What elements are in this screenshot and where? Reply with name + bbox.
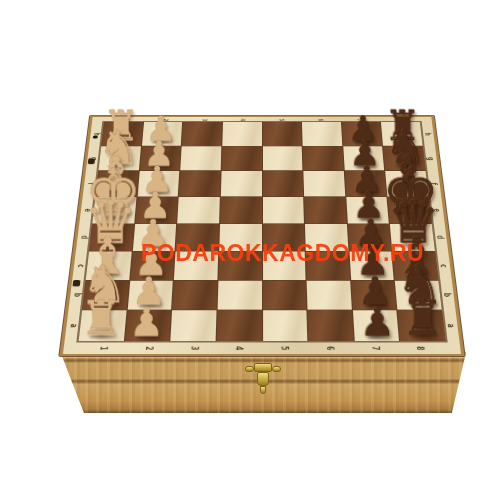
watermark-text: PODAROKKAGDOMY.RU bbox=[141, 240, 424, 267]
board-frame: ♜♟♟♜♞♟♟♞♝♟♟♝♚♟♟♚♛♟♟♛♝♟♟♝♞♟♟♞♜♟♟♜ 1234567… bbox=[59, 115, 464, 356]
square-a2[interactable]: ♟ bbox=[125, 311, 172, 342]
coord-number-4: 4 bbox=[239, 108, 247, 131]
square-g4[interactable] bbox=[221, 146, 261, 170]
square-b3[interactable] bbox=[172, 281, 217, 310]
square-a1[interactable]: ♜ bbox=[79, 311, 127, 342]
square-g6[interactable] bbox=[303, 146, 344, 170]
coord-number-3: 3 bbox=[189, 332, 200, 364]
board-grid: ♜♟♟♜♞♟♟♞♝♟♟♝♚♟♟♚♛♟♟♛♝♟♟♝♞♟♟♞♜♟♟♜ bbox=[79, 122, 446, 341]
square-a7[interactable]: ♟ bbox=[353, 311, 400, 342]
square-g5[interactable] bbox=[262, 146, 302, 170]
coord-number-5: 5 bbox=[278, 108, 286, 131]
square-f3[interactable] bbox=[179, 171, 221, 196]
square-e3[interactable] bbox=[177, 197, 219, 223]
black-pawn-a7[interactable]: ♟ bbox=[360, 304, 395, 341]
coord-number-4: 4 bbox=[234, 332, 244, 364]
square-f6[interactable] bbox=[304, 171, 346, 196]
square-e6[interactable] bbox=[304, 197, 346, 223]
coord-number-3: 3 bbox=[200, 108, 208, 131]
black-rook-a8[interactable]: ♜ bbox=[402, 296, 445, 341]
square-b4[interactable] bbox=[217, 281, 261, 310]
white-rook-a1[interactable]: ♜ bbox=[80, 296, 123, 341]
square-g3[interactable] bbox=[180, 146, 221, 170]
square-e4[interactable] bbox=[220, 197, 262, 223]
hinge-knob-icon bbox=[73, 280, 81, 286]
square-f4[interactable] bbox=[221, 171, 262, 196]
coords-front-edge: 12345678 bbox=[80, 343, 443, 354]
board-plane: ♜♟♟♜♞♟♟♞♝♟♟♝♚♟♟♚♛♟♟♛♝♟♟♝♞♟♟♞♜♟♟♜ 1234567… bbox=[59, 115, 464, 356]
white-pawn-a2[interactable]: ♟ bbox=[130, 304, 165, 341]
coord-number-6: 6 bbox=[324, 332, 335, 364]
coord-number-6: 6 bbox=[316, 108, 324, 131]
product-photo: ♜♟♟♜♞♟♟♞♝♟♟♝♚♟♟♚♛♟♟♛♝♟♟♝♞♟♟♞♜♟♟♜ 1234567… bbox=[0, 0, 500, 500]
square-e5[interactable] bbox=[262, 197, 304, 223]
square-b6[interactable] bbox=[307, 281, 352, 310]
square-a8[interactable]: ♜ bbox=[398, 311, 446, 342]
square-b5[interactable] bbox=[263, 281, 307, 310]
coord-number-5: 5 bbox=[280, 332, 290, 364]
square-f5[interactable] bbox=[262, 171, 303, 196]
